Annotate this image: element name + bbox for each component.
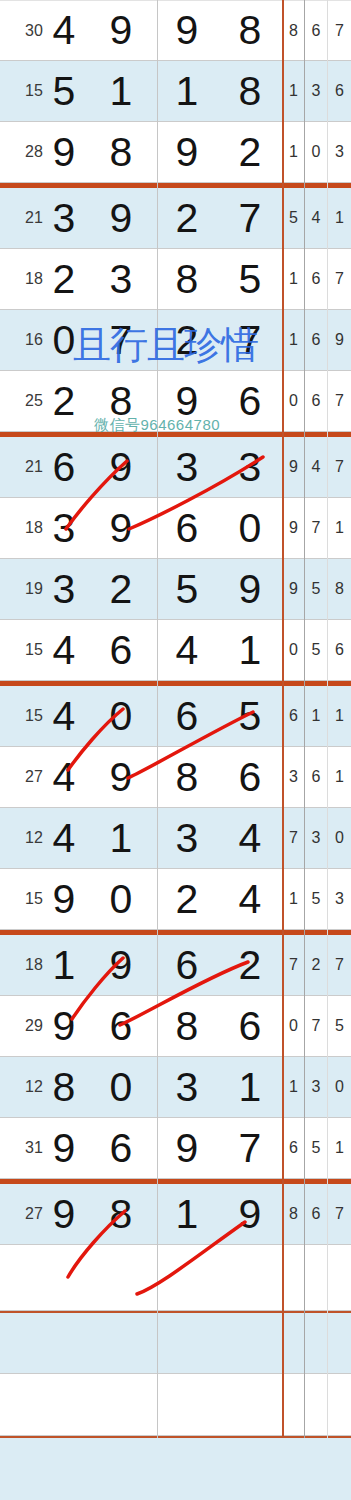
rows-container: 3049988671551181362898921032139275411823… (0, 0, 351, 1500)
draw-digit: 8 (165, 747, 209, 807)
extra-digit: 0 (328, 1057, 351, 1117)
draw-digit: 0 (228, 498, 272, 558)
draw-digit: 7 (228, 188, 272, 248)
draw-row: 124134730 (0, 808, 351, 869)
draw-digit: 1 (165, 1184, 209, 1244)
draw-digit: 6 (165, 498, 209, 558)
draw-digit: 6 (228, 747, 272, 807)
draw-digit: 2 (42, 371, 86, 431)
draw-row: 155118136 (0, 61, 351, 122)
extra-digit: 6 (305, 1184, 327, 1244)
draw-digit: 3 (228, 437, 272, 497)
extra-digit: 9 (283, 498, 304, 558)
draw-row: 213927541 (0, 188, 351, 249)
draw-digit: 8 (42, 1057, 86, 1117)
draw-row: 274986361 (0, 747, 351, 808)
draw-digit: 6 (99, 1118, 143, 1178)
draw-digit: 9 (99, 498, 143, 558)
draw-row: 128031130 (0, 1057, 351, 1118)
draw-row: 304998867 (0, 0, 351, 61)
extra-digit: 6 (305, 747, 327, 807)
empty-row (0, 1374, 351, 1436)
extra-digit: 1 (283, 869, 304, 929)
extra-digit: 7 (305, 498, 327, 558)
draw-digit: 9 (165, 1, 209, 60)
draw-digit: 9 (228, 559, 272, 619)
draw-row: 183960971 (0, 498, 351, 559)
extra-digit: 3 (305, 61, 327, 121)
extra-digit: 6 (305, 371, 327, 431)
draw-digit: 3 (165, 808, 209, 868)
extra-digit: 9 (283, 559, 304, 619)
draw-digit: 9 (165, 122, 209, 182)
extra-digit: 5 (283, 188, 304, 248)
draw-digit: 2 (228, 935, 272, 995)
draw-digit: 1 (42, 935, 86, 995)
extra-digit: 0 (283, 620, 304, 680)
extra-digit: 5 (305, 869, 327, 929)
draw-digit: 1 (99, 808, 143, 868)
extra-digit: 6 (328, 620, 351, 680)
empty-row (0, 1313, 351, 1374)
draw-digit: 4 (165, 620, 209, 680)
draw-digit: 4 (42, 620, 86, 680)
draw-row: 181962727 (0, 935, 351, 996)
extra-digit: 3 (305, 1057, 327, 1117)
lottery-trend-chart: 3049988671551181362898921032139275411823… (0, 0, 351, 1500)
draw-digit: 6 (165, 935, 209, 995)
vertical-grid-line-right1 (304, 0, 305, 1438)
draw-digit: 3 (42, 498, 86, 558)
draw-row: 279819867 (0, 1184, 351, 1245)
draw-digit: 6 (228, 996, 272, 1056)
draw-digit: 7 (228, 1118, 272, 1178)
draw-digit: 2 (165, 188, 209, 248)
draw-row: 319697651 (0, 1118, 351, 1179)
extra-digit: 1 (283, 310, 304, 370)
extra-digit: 6 (283, 686, 304, 746)
extra-digit: 1 (283, 61, 304, 121)
draw-digit: 4 (42, 808, 86, 868)
extra-digit: 7 (283, 935, 304, 995)
extra-digit: 7 (283, 808, 304, 868)
extra-digit: 5 (305, 1118, 327, 1178)
draw-digit: 1 (228, 620, 272, 680)
extra-digit: 9 (283, 437, 304, 497)
draw-row: 154065611 (0, 686, 351, 747)
extra-digit: 8 (283, 1184, 304, 1244)
draw-digit: 3 (42, 188, 86, 248)
draw-row: 154641056 (0, 620, 351, 681)
draw-row: 159024153 (0, 869, 351, 930)
extra-digit: 3 (328, 122, 351, 182)
draw-digit: 9 (42, 122, 86, 182)
draw-digit: 6 (99, 620, 143, 680)
extra-digit: 6 (305, 310, 327, 370)
draw-digit: 0 (99, 1057, 143, 1117)
draw-digit: 3 (99, 249, 143, 309)
extra-digit: 1 (328, 1118, 351, 1178)
extra-digit: 7 (328, 1, 351, 60)
extra-digit: 0 (328, 808, 351, 868)
draw-digit: 4 (42, 1, 86, 60)
draw-digit: 9 (99, 437, 143, 497)
draw-digit: 6 (42, 437, 86, 497)
draw-digit: 4 (42, 686, 86, 746)
draw-digit: 1 (228, 1057, 272, 1117)
draw-digit: 3 (165, 1057, 209, 1117)
draw-digit: 5 (42, 61, 86, 121)
extra-digit: 1 (328, 188, 351, 248)
extra-digit: 7 (328, 249, 351, 309)
draw-row: 182385167 (0, 249, 351, 310)
draw-digit: 8 (99, 1184, 143, 1244)
extra-digit: 5 (328, 996, 351, 1056)
extra-digit: 7 (305, 996, 327, 1056)
extra-digit: 5 (305, 559, 327, 619)
draw-digit: 9 (99, 747, 143, 807)
extra-digit: 8 (283, 1, 304, 60)
extra-digit: 5 (305, 620, 327, 680)
draw-row: 299686075 (0, 996, 351, 1057)
draw-digit: 8 (165, 249, 209, 309)
draw-digit: 2 (165, 869, 209, 929)
draw-digit: 9 (228, 1184, 272, 1244)
extra-digit: 3 (328, 869, 351, 929)
extra-digit: 7 (328, 1184, 351, 1244)
draw-digit: 9 (42, 996, 86, 1056)
draw-row: 289892103 (0, 122, 351, 183)
draw-digit: 3 (165, 437, 209, 497)
extra-digit: 7 (328, 371, 351, 431)
draw-digit: 9 (42, 1184, 86, 1244)
extra-digit: 1 (283, 249, 304, 309)
draw-digit: 8 (99, 122, 143, 182)
extra-digit: 1 (328, 747, 351, 807)
empty-row (0, 1245, 351, 1311)
draw-digit: 4 (42, 747, 86, 807)
draw-digit: 9 (99, 1, 143, 60)
draw-digit: 6 (228, 371, 272, 431)
extra-digit: 1 (283, 1057, 304, 1117)
draw-digit: 2 (99, 559, 143, 619)
draw-digit: 4 (228, 808, 272, 868)
draw-digit: 6 (99, 996, 143, 1056)
draw-digit: 8 (165, 996, 209, 1056)
extra-digit: 1 (305, 686, 327, 746)
extra-digit: 6 (305, 1, 327, 60)
draw-digit: 5 (228, 686, 272, 746)
extra-digit: 4 (305, 188, 327, 248)
extra-digit: 6 (305, 249, 327, 309)
draw-digit: 9 (99, 935, 143, 995)
draw-row: 193259958 (0, 559, 351, 620)
vertical-grid-line-orange (282, 0, 284, 1438)
empty-row (0, 1438, 351, 1500)
extra-digit: 0 (305, 122, 327, 182)
draw-digit: 8 (228, 61, 272, 121)
draw-row: 216933947 (0, 437, 351, 498)
draw-digit: 9 (99, 188, 143, 248)
extra-digit: 1 (328, 686, 351, 746)
blue-watermark-text: 且行且珍惜 (73, 320, 258, 371)
extra-digit: 3 (283, 747, 304, 807)
extra-digit: 8 (328, 559, 351, 619)
extra-digit: 6 (283, 1118, 304, 1178)
extra-digit: 7 (328, 437, 351, 497)
draw-digit: 0 (99, 686, 143, 746)
draw-digit: 9 (42, 1118, 86, 1178)
extra-digit: 4 (305, 437, 327, 497)
draw-digit: 9 (42, 869, 86, 929)
draw-digit: 1 (165, 61, 209, 121)
extra-digit: 2 (305, 935, 327, 995)
draw-digit: 2 (228, 122, 272, 182)
vertical-grid-line-right2 (327, 0, 328, 1438)
draw-digit: 2 (42, 249, 86, 309)
draw-digit: 1 (99, 61, 143, 121)
draw-digit: 6 (165, 686, 209, 746)
extra-digit: 1 (328, 498, 351, 558)
wechat-watermark-text: 微信号964664780 (94, 416, 220, 435)
extra-digit: 3 (305, 808, 327, 868)
draw-digit: 9 (165, 1118, 209, 1178)
draw-digit: 5 (165, 559, 209, 619)
draw-digit: 3 (42, 559, 86, 619)
extra-digit: 0 (283, 996, 304, 1056)
draw-digit: 0 (99, 869, 143, 929)
draw-digit: 4 (228, 869, 272, 929)
extra-digit: 7 (328, 935, 351, 995)
extra-digit: 9 (328, 310, 351, 370)
draw-digit: 5 (228, 249, 272, 309)
vertical-grid-line-mid (157, 0, 158, 1438)
extra-digit: 6 (328, 61, 351, 121)
extra-digit: 0 (283, 371, 304, 431)
extra-digit: 1 (283, 122, 304, 182)
draw-digit: 8 (228, 1, 272, 60)
